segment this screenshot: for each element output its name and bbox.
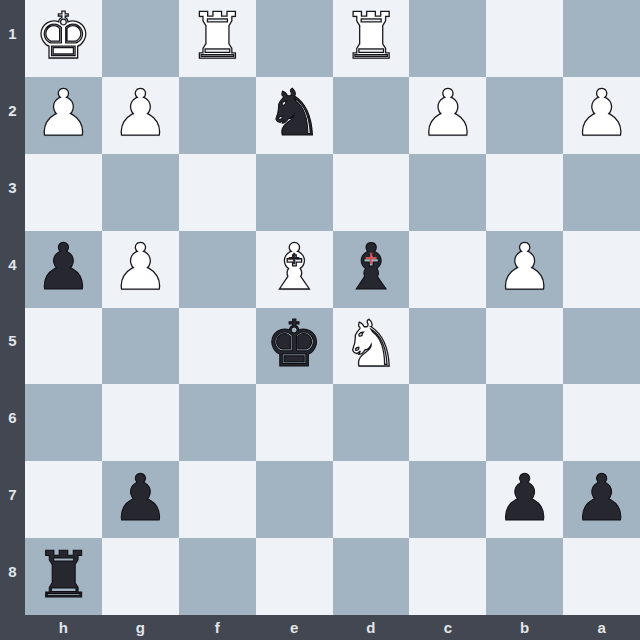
square-e4[interactable]: ♝+ [256,231,333,308]
piece-white-pawn[interactable]: ♟ [35,81,92,145]
piece-white-pawn[interactable]: ♟ [573,81,630,145]
square-a6[interactable] [563,384,640,461]
rank-label-4: 4 [0,231,25,308]
square-h6[interactable] [25,384,102,461]
square-b7[interactable]: ♟ [486,461,563,538]
square-e7[interactable] [256,461,333,538]
square-a2[interactable]: ♟ [563,77,640,154]
bishop-cross-mark: + [287,250,301,267]
square-a8[interactable] [563,538,640,615]
square-b6[interactable] [486,384,563,461]
piece-black-pawn[interactable]: ♟ [573,466,630,530]
square-c4[interactable] [409,231,486,308]
file-label-b: b [486,615,563,640]
piece-black-king[interactable]: ♚ [265,312,322,376]
square-b1[interactable] [486,0,563,77]
piece-white-knight[interactable]: ♞ [342,312,399,376]
square-a1[interactable] [563,0,640,77]
square-f8[interactable] [179,538,256,615]
rank-label-7: 7 [0,461,25,538]
file-label-c: c [409,615,486,640]
square-e1[interactable] [256,0,333,77]
square-d1[interactable]: ♜ [333,0,410,77]
square-e5[interactable]: ♚ [256,308,333,385]
square-h1[interactable]: ♚ [25,0,102,77]
piece-black-pawn[interactable]: ♟ [112,466,169,530]
square-f2[interactable] [179,77,256,154]
square-h3[interactable] [25,154,102,231]
square-f7[interactable] [179,461,256,538]
square-h4[interactable]: ♟ [25,231,102,308]
square-d7[interactable] [333,461,410,538]
square-f6[interactable] [179,384,256,461]
piece-white-rook[interactable]: ♜ [342,4,399,68]
piece-black-pawn[interactable]: ♟ [35,235,92,299]
rank-label-6: 6 [0,384,25,461]
square-b8[interactable] [486,538,563,615]
square-a5[interactable] [563,308,640,385]
piece-black-bishop[interactable]: ♝+ [342,235,399,299]
piece-black-pawn[interactable]: ♟ [496,466,553,530]
square-g7[interactable]: ♟ [102,461,179,538]
file-label-e: e [256,615,333,640]
square-g4[interactable]: ♟ [102,231,179,308]
file-label-g: g [102,615,179,640]
piece-white-bishop[interactable]: ♝+ [265,235,322,299]
rank-label-3: 3 [0,154,25,231]
bishop-cross-mark: + [364,250,378,267]
square-c7[interactable] [409,461,486,538]
square-d8[interactable] [333,538,410,615]
rank-label-2: 2 [0,77,25,154]
file-label-d: d [333,615,410,640]
square-d5[interactable]: ♞ [333,308,410,385]
piece-black-rook[interactable]: ♜ [35,543,92,607]
square-h5[interactable] [25,308,102,385]
square-f4[interactable] [179,231,256,308]
piece-white-pawn[interactable]: ♟ [419,81,476,145]
square-e6[interactable] [256,384,333,461]
square-e2[interactable]: ♞ [256,77,333,154]
square-g2[interactable]: ♟ [102,77,179,154]
rank-label-5: 5 [0,308,25,385]
square-a3[interactable] [563,154,640,231]
square-e8[interactable] [256,538,333,615]
square-b3[interactable] [486,154,563,231]
square-h2[interactable]: ♟ [25,77,102,154]
square-d2[interactable] [333,77,410,154]
square-b5[interactable] [486,308,563,385]
file-label-a: a [563,615,640,640]
file-label-h: h [25,615,102,640]
square-f1[interactable]: ♜ [179,0,256,77]
square-g3[interactable] [102,154,179,231]
square-f3[interactable] [179,154,256,231]
piece-black-knight[interactable]: ♞ [265,81,322,145]
piece-white-king[interactable]: ♚ [35,4,92,68]
square-c8[interactable] [409,538,486,615]
piece-white-pawn[interactable]: ♟ [112,81,169,145]
square-c5[interactable] [409,308,486,385]
square-d4[interactable]: ♝+ [333,231,410,308]
piece-white-pawn[interactable]: ♟ [112,235,169,299]
square-c2[interactable]: ♟ [409,77,486,154]
square-b2[interactable] [486,77,563,154]
square-b4[interactable]: ♟ [486,231,563,308]
rank-label-1: 1 [0,0,25,77]
square-c1[interactable] [409,0,486,77]
square-d3[interactable] [333,154,410,231]
square-h8[interactable]: ♜ [25,538,102,615]
square-c6[interactable] [409,384,486,461]
piece-white-pawn[interactable]: ♟ [496,235,553,299]
square-a7[interactable]: ♟ [563,461,640,538]
square-c3[interactable] [409,154,486,231]
square-f5[interactable] [179,308,256,385]
rank-label-8: 8 [0,538,25,615]
square-g8[interactable] [102,538,179,615]
square-g6[interactable] [102,384,179,461]
square-h7[interactable] [25,461,102,538]
square-a4[interactable] [563,231,640,308]
square-e3[interactable] [256,154,333,231]
square-g1[interactable] [102,0,179,77]
square-g5[interactable] [102,308,179,385]
square-d6[interactable] [333,384,410,461]
file-label-f: f [179,615,256,640]
piece-white-rook[interactable]: ♜ [189,4,246,68]
chess-board: 1♚♜♜2♟♟♞♟♟34♟♟♝+♝+♟5♚♞67♟♟♟8♜hgfedcba [0,0,640,640]
board-corner [0,615,25,640]
